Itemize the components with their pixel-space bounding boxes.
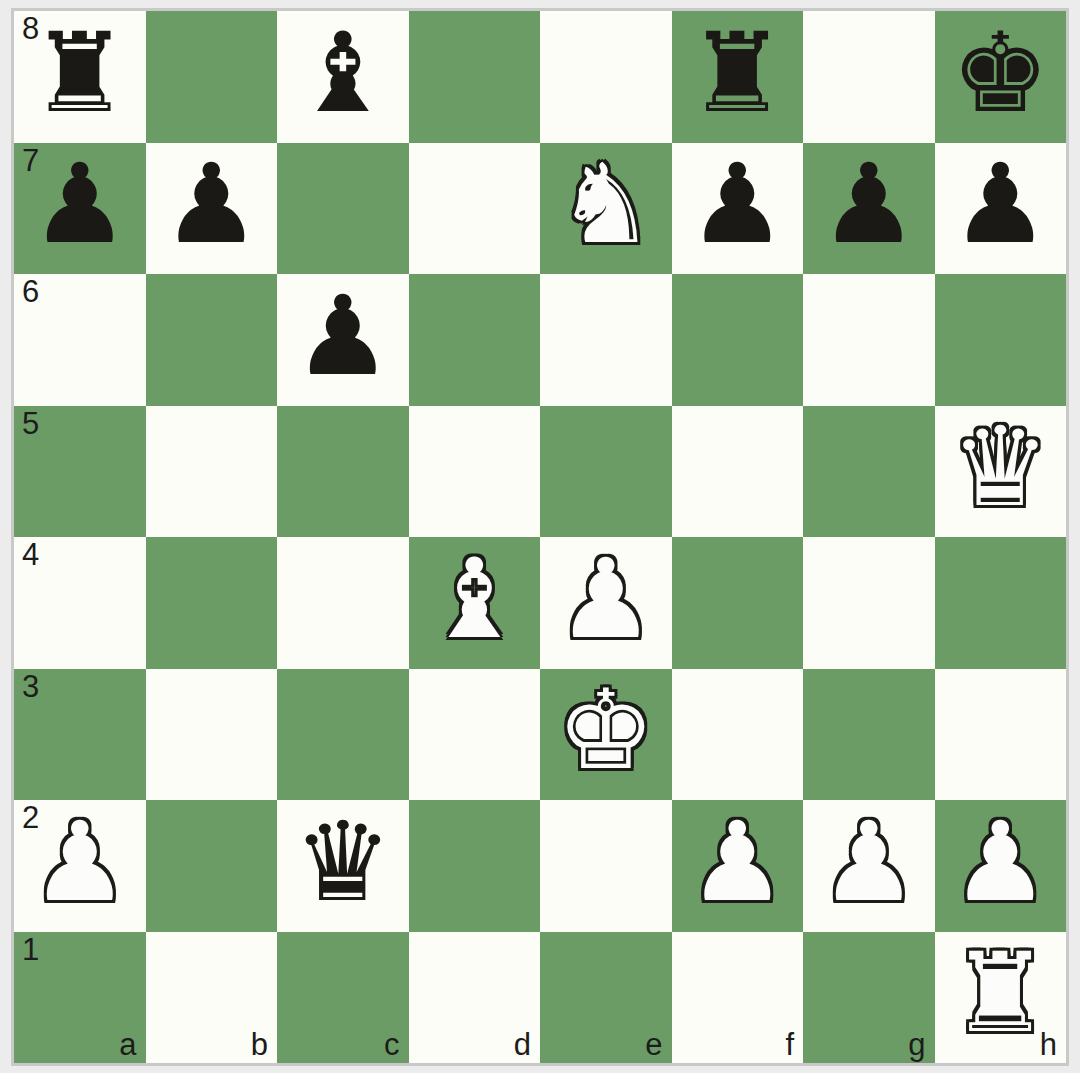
square-g8[interactable] xyxy=(803,11,935,143)
square-e8[interactable] xyxy=(540,11,672,143)
square-e1[interactable]: e xyxy=(540,932,672,1064)
piece-white-pawn[interactable]: ♟ xyxy=(819,807,918,917)
piece-black-rook[interactable]: ♜ xyxy=(30,18,129,128)
square-f6[interactable] xyxy=(672,274,804,406)
piece-black-rook[interactable]: ♜ xyxy=(688,18,787,128)
square-h4[interactable] xyxy=(935,537,1067,669)
square-g2[interactable]: ♟ xyxy=(803,800,935,932)
square-d5[interactable] xyxy=(409,406,541,538)
square-b8[interactable] xyxy=(146,11,278,143)
piece-white-pawn[interactable]: ♟ xyxy=(951,807,1050,917)
square-h5[interactable]: ♛ xyxy=(935,406,1067,538)
square-a8[interactable]: 8♜ xyxy=(14,11,146,143)
square-e7[interactable]: ♞ xyxy=(540,143,672,275)
square-b4[interactable] xyxy=(146,537,278,669)
piece-white-knight[interactable]: ♞ xyxy=(556,149,655,259)
square-a4[interactable]: 4 xyxy=(14,537,146,669)
square-c4[interactable] xyxy=(277,537,409,669)
file-label-c: c xyxy=(384,1028,400,1062)
square-e2[interactable] xyxy=(540,800,672,932)
square-e4[interactable]: ♟ xyxy=(540,537,672,669)
square-f3[interactable] xyxy=(672,669,804,801)
piece-black-pawn[interactable]: ♟ xyxy=(30,149,129,259)
square-c7[interactable] xyxy=(277,143,409,275)
square-g4[interactable] xyxy=(803,537,935,669)
square-f7[interactable]: ♟ xyxy=(672,143,804,275)
piece-white-pawn[interactable]: ♟ xyxy=(30,807,129,917)
square-d6[interactable] xyxy=(409,274,541,406)
square-f2[interactable]: ♟ xyxy=(672,800,804,932)
square-a7[interactable]: 7♟ xyxy=(14,143,146,275)
square-b1[interactable]: b xyxy=(146,932,278,1064)
rank-label-6: 6 xyxy=(22,275,39,309)
square-f5[interactable] xyxy=(672,406,804,538)
square-d4[interactable]: ♝ xyxy=(409,537,541,669)
square-e5[interactable] xyxy=(540,406,672,538)
piece-black-pawn[interactable]: ♟ xyxy=(688,149,787,259)
piece-black-king[interactable]: ♚ xyxy=(951,18,1050,128)
piece-black-pawn[interactable]: ♟ xyxy=(819,149,918,259)
square-a3[interactable]: 3 xyxy=(14,669,146,801)
file-label-a: a xyxy=(119,1028,136,1062)
square-h7[interactable]: ♟ xyxy=(935,143,1067,275)
piece-white-pawn[interactable]: ♟ xyxy=(556,544,655,654)
square-h3[interactable] xyxy=(935,669,1067,801)
chess-board: 8♜♝♜♚7♟♟♞♟♟♟6♟5♛4♝♟3♚2♟♛♟♟♟1abcdefgh♜ xyxy=(14,11,1066,1063)
square-h8[interactable]: ♚ xyxy=(935,11,1067,143)
square-b5[interactable] xyxy=(146,406,278,538)
square-d1[interactable]: d xyxy=(409,932,541,1064)
piece-black-bishop[interactable]: ♝ xyxy=(293,18,392,128)
square-a2[interactable]: 2♟ xyxy=(14,800,146,932)
square-g1[interactable]: g xyxy=(803,932,935,1064)
square-c2[interactable]: ♛ xyxy=(277,800,409,932)
rank-label-1: 1 xyxy=(22,933,39,967)
file-label-g: g xyxy=(908,1028,925,1062)
rank-label-3: 3 xyxy=(22,670,39,704)
square-c3[interactable] xyxy=(277,669,409,801)
square-f4[interactable] xyxy=(672,537,804,669)
square-d7[interactable] xyxy=(409,143,541,275)
file-label-b: b xyxy=(251,1028,268,1062)
square-d3[interactable] xyxy=(409,669,541,801)
piece-black-queen[interactable]: ♛ xyxy=(293,807,392,917)
file-label-f: f xyxy=(785,1028,794,1062)
square-f8[interactable]: ♜ xyxy=(672,11,804,143)
piece-white-queen[interactable]: ♛ xyxy=(951,412,1050,522)
square-g7[interactable]: ♟ xyxy=(803,143,935,275)
square-h1[interactable]: h♜ xyxy=(935,932,1067,1064)
chess-board-frame: 8♜♝♜♚7♟♟♞♟♟♟6♟5♛4♝♟3♚2♟♛♟♟♟1abcdefgh♜ xyxy=(11,8,1069,1066)
square-e6[interactable] xyxy=(540,274,672,406)
square-a5[interactable]: 5 xyxy=(14,406,146,538)
file-label-d: d xyxy=(514,1028,531,1062)
square-b3[interactable] xyxy=(146,669,278,801)
square-c6[interactable]: ♟ xyxy=(277,274,409,406)
square-c1[interactable]: c xyxy=(277,932,409,1064)
rank-label-5: 5 xyxy=(22,407,39,441)
square-g5[interactable] xyxy=(803,406,935,538)
rank-label-4: 4 xyxy=(22,538,39,572)
piece-black-pawn[interactable]: ♟ xyxy=(162,149,261,259)
square-a1[interactable]: 1a xyxy=(14,932,146,1064)
piece-black-pawn[interactable]: ♟ xyxy=(951,149,1050,259)
square-e3[interactable]: ♚ xyxy=(540,669,672,801)
square-g6[interactable] xyxy=(803,274,935,406)
square-b6[interactable] xyxy=(146,274,278,406)
square-b2[interactable] xyxy=(146,800,278,932)
square-a6[interactable]: 6 xyxy=(14,274,146,406)
piece-white-pawn[interactable]: ♟ xyxy=(688,807,787,917)
piece-white-rook[interactable]: ♜ xyxy=(951,938,1050,1048)
square-d2[interactable] xyxy=(409,800,541,932)
square-h2[interactable]: ♟ xyxy=(935,800,1067,932)
square-d8[interactable] xyxy=(409,11,541,143)
square-c8[interactable]: ♝ xyxy=(277,11,409,143)
square-b7[interactable]: ♟ xyxy=(146,143,278,275)
square-f1[interactable]: f xyxy=(672,932,804,1064)
square-c5[interactable] xyxy=(277,406,409,538)
piece-white-king[interactable]: ♚ xyxy=(556,675,655,785)
file-label-e: e xyxy=(645,1028,662,1062)
piece-black-pawn[interactable]: ♟ xyxy=(293,281,392,391)
square-g3[interactable] xyxy=(803,669,935,801)
square-h6[interactable] xyxy=(935,274,1067,406)
piece-white-bishop[interactable]: ♝ xyxy=(425,544,524,654)
